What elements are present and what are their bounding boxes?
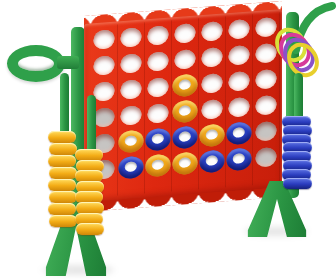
empty-hole [121,27,142,48]
empty-hole [148,103,169,124]
yellow-ring-stack-2 [75,149,103,235]
yellow-ring [76,223,104,235]
cell-col2-row4[interactable] [118,101,145,129]
cell-col4-row2[interactable] [172,45,199,73]
empty-hole [94,107,115,128]
empty-hole [202,99,223,120]
empty-hole [148,51,169,72]
hoop-bracket [57,56,79,69]
disc-center-hole [178,79,190,90]
empty-hole [256,121,277,142]
cell-col6-row3[interactable] [226,67,253,95]
empty-hole [256,17,277,38]
cell-col7-row5[interactable] [253,117,280,145]
board-grid [84,9,282,184]
cell-col5-row2[interactable] [199,43,226,71]
cell-col3-row1[interactable] [145,21,172,49]
empty-hole [148,25,169,46]
blue-ring [283,178,312,189]
cell-col2-row3[interactable] [118,75,145,103]
disc-center-hole [178,131,190,142]
empty-hole [256,43,277,64]
blue-disc [119,156,144,180]
empty-hole [202,47,223,68]
empty-hole [121,105,142,126]
yellow-disc [173,151,198,175]
disc-center-hole [205,155,217,166]
cell-col4-row5[interactable] [172,123,199,151]
yellow-disc [119,130,144,154]
empty-hole [256,95,277,116]
empty-hole [121,53,142,74]
yellow-ring [49,215,77,227]
cell-col7-row6[interactable] [253,143,280,171]
disc-center-hole [124,135,136,146]
blue-disc [200,149,225,173]
disc-center-hole [232,153,244,164]
disc-center-hole [178,105,190,116]
empty-hole [121,79,142,100]
cell-col1-row1[interactable] [91,25,118,53]
cell-col6-row4[interactable] [226,93,253,121]
cell-col5-row4[interactable] [199,95,226,123]
cell-col1-row2[interactable] [91,51,118,79]
cell-col7-row4[interactable] [253,91,280,119]
cell-col6-row2[interactable] [226,41,253,69]
cell-col3-row2[interactable] [145,47,172,75]
blue-disc [146,127,171,151]
disc-center-hole [124,161,136,172]
cell-col4-row1[interactable] [172,19,199,47]
yellow-ring [48,131,76,143]
cell-col5-row5[interactable] [199,121,226,149]
cell-col2-row5[interactable] [118,127,145,155]
cell-col2-row6[interactable] [118,153,145,181]
empty-hole [256,69,277,90]
yellow-ring [49,167,77,179]
blue-disc [227,121,252,145]
disc-center-hole [151,159,163,170]
blue-ring-stack [282,116,311,188]
empty-hole [94,29,115,50]
cell-col7-row3[interactable] [253,65,280,93]
blue-disc [173,125,198,149]
cell-col4-row4[interactable] [172,97,199,125]
cell-col5-row3[interactable] [199,69,226,97]
connect-four-board [84,9,282,204]
yellow-ring [48,203,76,215]
cell-col6-row6[interactable] [226,145,253,173]
empty-hole [229,97,250,118]
yellow-disc [200,123,225,147]
disc-center-hole [232,127,244,138]
blue-disc [227,147,252,171]
cell-col3-row3[interactable] [145,73,172,101]
disc-center-hole [205,129,217,140]
empty-hole [229,71,250,92]
empty-hole [256,147,277,168]
yellow-ring [48,179,76,191]
empty-hole [202,21,223,42]
yellow-disc [146,153,171,177]
empty-hole [94,81,115,102]
disc-center-hole [178,157,190,168]
cell-col2-row2[interactable] [118,49,145,77]
empty-hole [229,45,250,66]
yellow-ring [49,191,77,203]
cell-col4-row3[interactable] [172,71,199,99]
cell-col6-row5[interactable] [226,119,253,147]
cell-col4-row6[interactable] [172,149,199,177]
empty-hole [229,19,250,40]
cell-col3-row4[interactable] [145,99,172,127]
empty-hole [175,23,196,44]
cell-col3-row6[interactable] [145,151,172,179]
cell-col5-row1[interactable] [199,17,226,45]
yellow-ring-stack-1 [48,131,76,227]
yellow-disc [173,99,198,123]
empty-hole [148,77,169,98]
giant-connect-four-set [0,0,336,280]
disc-center-hole [151,133,163,144]
cell-col3-row5[interactable] [145,125,172,153]
empty-hole [94,55,115,76]
cell-col6-row1[interactable] [226,15,253,43]
cell-col5-row6[interactable] [199,147,226,175]
yellow-ring [48,155,76,167]
empty-hole [202,73,223,94]
yellow-disc [173,73,198,97]
cell-col2-row1[interactable] [118,23,145,51]
empty-hole [175,49,196,70]
yellow-ring [49,143,77,155]
